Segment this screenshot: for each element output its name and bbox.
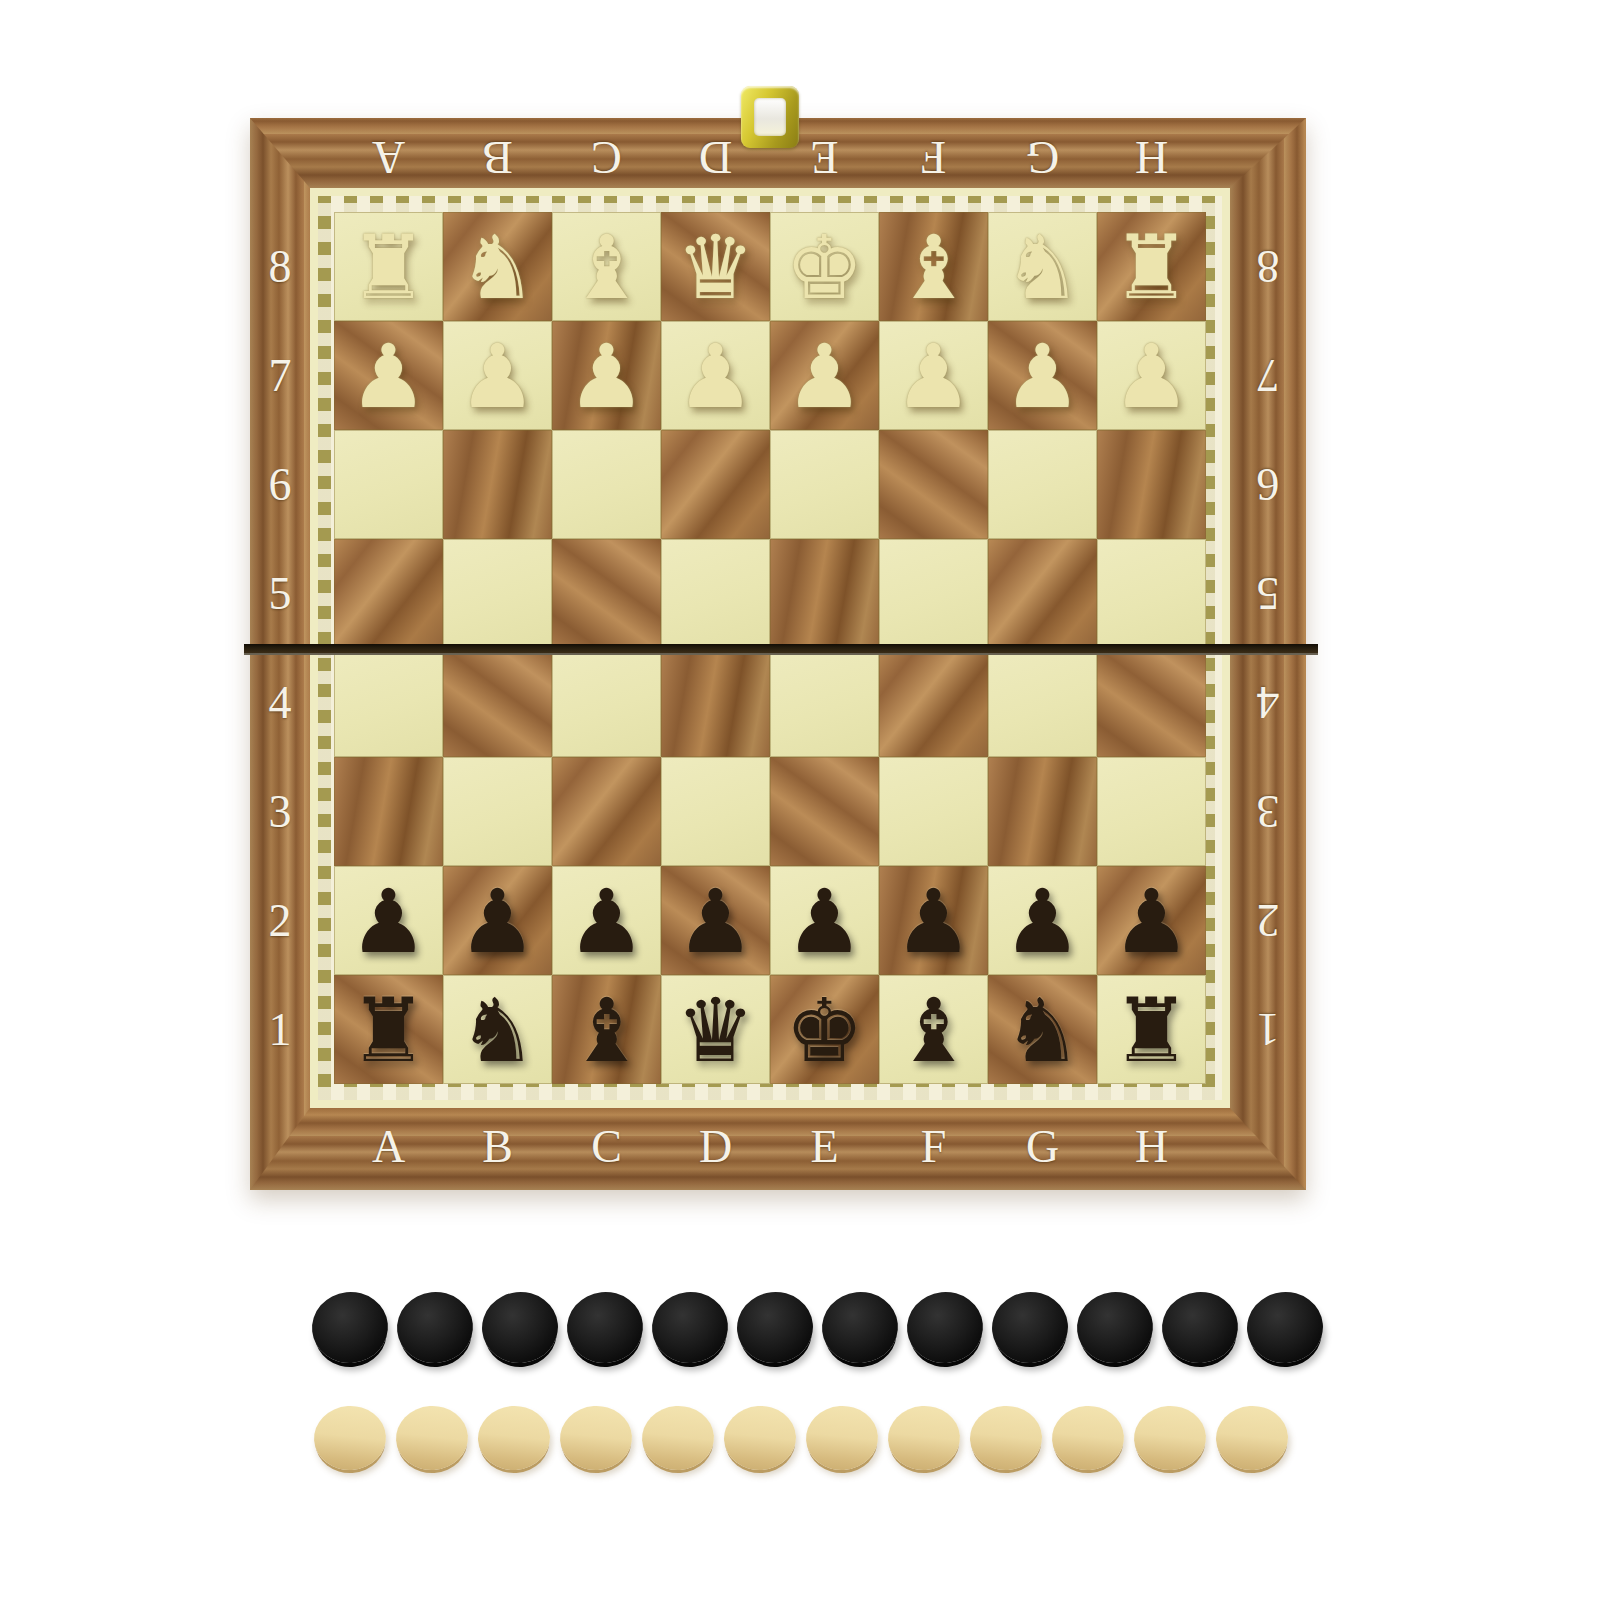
white-pawn[interactable]: ♟ bbox=[770, 321, 879, 430]
square-d8[interactable]: ♛ bbox=[661, 212, 770, 321]
rank-label-left-2: 2 bbox=[250, 866, 310, 975]
black-rook[interactable]: ♜ bbox=[1097, 975, 1206, 1084]
square-d2[interactable]: ♟ bbox=[661, 866, 770, 975]
square-f6[interactable] bbox=[879, 430, 988, 539]
file-label-top-a: A bbox=[334, 126, 443, 188]
black-checker-disc[interactable] bbox=[733, 1288, 816, 1367]
square-h2[interactable]: ♟ bbox=[1097, 866, 1206, 975]
file-label-top-c: C bbox=[552, 126, 661, 188]
light-checker-disc[interactable] bbox=[394, 1404, 470, 1473]
light-checker-disc[interactable] bbox=[968, 1404, 1044, 1473]
white-pawn[interactable]: ♟ bbox=[1097, 321, 1206, 430]
rank-label-right-8: 8 bbox=[1230, 212, 1306, 321]
white-pawn[interactable]: ♟ bbox=[661, 321, 770, 430]
white-pawn[interactable]: ♟ bbox=[334, 321, 443, 430]
black-pawn[interactable]: ♟ bbox=[988, 866, 1097, 975]
rank-label-left-5: 5 bbox=[250, 539, 310, 648]
square-f3[interactable] bbox=[879, 757, 988, 866]
black-pawn[interactable]: ♟ bbox=[770, 866, 879, 975]
black-checker-disc[interactable] bbox=[563, 1288, 646, 1367]
square-h3[interactable] bbox=[1097, 757, 1206, 866]
square-d7[interactable]: ♟ bbox=[661, 321, 770, 430]
white-queen[interactable]: ♛ bbox=[661, 212, 770, 321]
square-d5[interactable] bbox=[661, 539, 770, 648]
square-e4[interactable] bbox=[770, 648, 879, 757]
white-rook[interactable]: ♜ bbox=[334, 212, 443, 321]
light-checker-disc[interactable] bbox=[722, 1404, 798, 1473]
square-c7[interactable]: ♟ bbox=[552, 321, 661, 430]
white-pawn[interactable]: ♟ bbox=[552, 321, 661, 430]
square-c8[interactable]: ♝ bbox=[552, 212, 661, 321]
square-c3[interactable] bbox=[552, 757, 661, 866]
square-a8[interactable]: ♜ bbox=[334, 212, 443, 321]
square-f4[interactable] bbox=[879, 648, 988, 757]
rank-label-right-3: 3 bbox=[1230, 757, 1306, 866]
square-b2[interactable]: ♟ bbox=[443, 866, 552, 975]
square-b6[interactable] bbox=[443, 430, 552, 539]
square-e6[interactable] bbox=[770, 430, 879, 539]
light-checker-disc[interactable] bbox=[804, 1404, 880, 1473]
square-c2[interactable]: ♟ bbox=[552, 866, 661, 975]
square-h8[interactable]: ♜ bbox=[1097, 212, 1206, 321]
black-checker-disc[interactable] bbox=[478, 1288, 561, 1367]
square-b5[interactable] bbox=[443, 539, 552, 648]
black-checker-disc[interactable] bbox=[988, 1288, 1071, 1367]
rank-label-right-4: 4 bbox=[1230, 648, 1306, 757]
fold-hinge-seam bbox=[244, 644, 1318, 655]
product-photo-page: { "game": "chess", "scene": "folding woo… bbox=[0, 0, 1601, 1601]
square-f8[interactable]: ♝ bbox=[879, 212, 988, 321]
black-pawn[interactable]: ♟ bbox=[443, 866, 552, 975]
square-e5[interactable] bbox=[770, 539, 879, 648]
white-knight[interactable]: ♞ bbox=[443, 212, 552, 321]
black-checkers-row bbox=[312, 1292, 1323, 1363]
file-label-bottom-c: C bbox=[552, 1108, 661, 1190]
square-e3[interactable] bbox=[770, 757, 879, 866]
file-label-bottom-f: F bbox=[879, 1108, 988, 1190]
white-bishop[interactable]: ♝ bbox=[879, 212, 988, 321]
rank-label-right-7: 7 bbox=[1230, 321, 1306, 430]
black-pawn[interactable]: ♟ bbox=[661, 866, 770, 975]
square-h5[interactable] bbox=[1097, 539, 1206, 648]
square-d3[interactable] bbox=[661, 757, 770, 866]
white-knight[interactable]: ♞ bbox=[988, 212, 1097, 321]
square-a2[interactable]: ♟ bbox=[334, 866, 443, 975]
rank-label-left-6: 6 bbox=[250, 430, 310, 539]
square-e1[interactable]: ♚ bbox=[770, 975, 879, 1084]
black-checker-disc[interactable] bbox=[818, 1288, 901, 1367]
square-h4[interactable] bbox=[1097, 648, 1206, 757]
square-g3[interactable] bbox=[988, 757, 1097, 866]
file-label-top-b: B bbox=[443, 126, 552, 188]
file-label-bottom-d: D bbox=[661, 1108, 770, 1190]
black-pawn[interactable]: ♟ bbox=[552, 866, 661, 975]
rank-label-right-1: 1 bbox=[1230, 975, 1306, 1084]
square-a5[interactable] bbox=[334, 539, 443, 648]
square-h7[interactable]: ♟ bbox=[1097, 321, 1206, 430]
square-f1[interactable]: ♝ bbox=[879, 975, 988, 1084]
square-h1[interactable]: ♜ bbox=[1097, 975, 1206, 1084]
black-pawn[interactable]: ♟ bbox=[1097, 866, 1206, 975]
white-pawn[interactable]: ♟ bbox=[443, 321, 552, 430]
rank-label-right-2: 2 bbox=[1230, 866, 1306, 975]
black-checker-disc[interactable] bbox=[1158, 1288, 1241, 1367]
light-checkers-row bbox=[314, 1406, 1288, 1470]
file-label-bottom-g: G bbox=[988, 1108, 1097, 1190]
square-g4[interactable] bbox=[988, 648, 1097, 757]
rank-label-left-4: 4 bbox=[250, 648, 310, 757]
square-h6[interactable] bbox=[1097, 430, 1206, 539]
square-d6[interactable] bbox=[661, 430, 770, 539]
rank-label-left-1: 1 bbox=[250, 975, 310, 1084]
square-b4[interactable] bbox=[443, 648, 552, 757]
rank-label-left-3: 3 bbox=[250, 757, 310, 866]
square-e8[interactable]: ♚ bbox=[770, 212, 879, 321]
black-bishop[interactable]: ♝ bbox=[879, 975, 988, 1084]
black-checker-disc[interactable] bbox=[1243, 1288, 1326, 1367]
black-bishop[interactable]: ♝ bbox=[552, 975, 661, 1084]
square-e7[interactable]: ♟ bbox=[770, 321, 879, 430]
square-e2[interactable]: ♟ bbox=[770, 866, 879, 975]
square-a7[interactable]: ♟ bbox=[334, 321, 443, 430]
light-checker-disc[interactable] bbox=[1050, 1404, 1126, 1473]
square-c4[interactable] bbox=[552, 648, 661, 757]
file-label-top-g: G bbox=[988, 126, 1097, 188]
light-checker-disc[interactable] bbox=[1214, 1404, 1290, 1473]
black-checker-disc[interactable] bbox=[648, 1288, 731, 1367]
file-label-bottom-a: A bbox=[334, 1108, 443, 1190]
file-label-bottom-h: H bbox=[1097, 1108, 1206, 1190]
square-a6[interactable] bbox=[334, 430, 443, 539]
light-checker-disc[interactable] bbox=[1132, 1404, 1208, 1473]
square-b3[interactable] bbox=[443, 757, 552, 866]
white-pawn[interactable]: ♟ bbox=[879, 321, 988, 430]
square-a3[interactable] bbox=[334, 757, 443, 866]
clasp-opening bbox=[754, 98, 786, 136]
black-knight[interactable]: ♞ bbox=[988, 975, 1097, 1084]
square-g5[interactable] bbox=[988, 539, 1097, 648]
square-g2[interactable]: ♟ bbox=[988, 866, 1097, 975]
square-g1[interactable]: ♞ bbox=[988, 975, 1097, 1084]
square-g6[interactable] bbox=[988, 430, 1097, 539]
square-f7[interactable]: ♟ bbox=[879, 321, 988, 430]
file-label-top-f: F bbox=[879, 126, 988, 188]
square-g7[interactable]: ♟ bbox=[988, 321, 1097, 430]
square-a4[interactable] bbox=[334, 648, 443, 757]
square-b8[interactable]: ♞ bbox=[443, 212, 552, 321]
file-label-bottom-b: B bbox=[443, 1108, 552, 1190]
black-pawn[interactable]: ♟ bbox=[879, 866, 988, 975]
square-g8[interactable]: ♞ bbox=[988, 212, 1097, 321]
black-queen[interactable]: ♛ bbox=[661, 975, 770, 1084]
black-pawn[interactable]: ♟ bbox=[334, 866, 443, 975]
light-checker-disc[interactable] bbox=[312, 1404, 388, 1473]
white-bishop[interactable]: ♝ bbox=[552, 212, 661, 321]
white-king[interactable]: ♚ bbox=[770, 212, 879, 321]
light-checker-disc[interactable] bbox=[640, 1404, 716, 1473]
square-b1[interactable]: ♞ bbox=[443, 975, 552, 1084]
file-label-top-h: H bbox=[1097, 126, 1206, 188]
light-checker-disc[interactable] bbox=[886, 1404, 962, 1473]
brass-clasp bbox=[741, 86, 799, 148]
white-pawn[interactable]: ♟ bbox=[988, 321, 1097, 430]
square-b7[interactable]: ♟ bbox=[443, 321, 552, 430]
square-f2[interactable]: ♟ bbox=[879, 866, 988, 975]
square-f5[interactable] bbox=[879, 539, 988, 648]
square-c6[interactable] bbox=[552, 430, 661, 539]
rank-label-left-7: 7 bbox=[250, 321, 310, 430]
black-knight[interactable]: ♞ bbox=[443, 975, 552, 1084]
white-rook[interactable]: ♜ bbox=[1097, 212, 1206, 321]
square-c5[interactable] bbox=[552, 539, 661, 648]
black-checker-disc[interactable] bbox=[393, 1288, 476, 1367]
black-checker-disc[interactable] bbox=[1073, 1288, 1156, 1367]
black-checker-disc[interactable] bbox=[903, 1288, 986, 1367]
light-checker-disc[interactable] bbox=[558, 1404, 634, 1473]
square-d4[interactable] bbox=[661, 648, 770, 757]
black-rook[interactable]: ♜ bbox=[334, 975, 443, 1084]
square-a1[interactable]: ♜ bbox=[334, 975, 443, 1084]
square-c1[interactable]: ♝ bbox=[552, 975, 661, 1084]
black-checker-disc[interactable] bbox=[308, 1288, 391, 1367]
rank-label-left-8: 8 bbox=[250, 212, 310, 321]
chess-board: ♜♞♝♛♚♝♞♜♟♟♟♟♟♟♟♟♟♟♟♟♟♟♟♟♜♞♝♛♚♝♞♜ ABCDEFG… bbox=[250, 118, 1306, 1190]
black-king[interactable]: ♚ bbox=[770, 975, 879, 1084]
light-checker-disc[interactable] bbox=[476, 1404, 552, 1473]
rank-label-right-5: 5 bbox=[1230, 539, 1306, 648]
file-label-bottom-e: E bbox=[770, 1108, 879, 1190]
square-d1[interactable]: ♛ bbox=[661, 975, 770, 1084]
rank-label-right-6: 6 bbox=[1230, 430, 1306, 539]
